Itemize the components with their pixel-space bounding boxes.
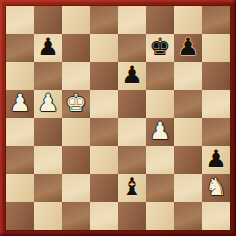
square-h3[interactable]: ♟ bbox=[202, 146, 230, 174]
square-b2[interactable] bbox=[34, 174, 62, 202]
square-h4[interactable] bbox=[202, 118, 230, 146]
square-c8[interactable] bbox=[62, 6, 90, 34]
square-g3[interactable] bbox=[174, 146, 202, 174]
square-d8[interactable] bbox=[90, 6, 118, 34]
square-f3[interactable] bbox=[146, 146, 174, 174]
square-b1[interactable] bbox=[34, 202, 62, 230]
black-pawn[interactable]: ♟ bbox=[121, 62, 143, 89]
square-e5[interactable] bbox=[118, 90, 146, 118]
square-g8[interactable] bbox=[174, 6, 202, 34]
square-g2[interactable] bbox=[174, 174, 202, 202]
square-c6[interactable] bbox=[62, 62, 90, 90]
square-c5[interactable]: ♚ bbox=[62, 90, 90, 118]
black-king[interactable]: ♚ bbox=[149, 34, 171, 61]
square-b4[interactable] bbox=[34, 118, 62, 146]
square-a2[interactable] bbox=[6, 174, 34, 202]
square-c2[interactable] bbox=[62, 174, 90, 202]
square-b6[interactable] bbox=[34, 62, 62, 90]
square-a3[interactable] bbox=[6, 146, 34, 174]
square-e7[interactable] bbox=[118, 34, 146, 62]
black-pawn[interactable]: ♟ bbox=[177, 34, 199, 61]
square-e3[interactable] bbox=[118, 146, 146, 174]
white-knight[interactable]: ♞ bbox=[205, 174, 227, 201]
white-pawn[interactable]: ♟ bbox=[37, 90, 59, 117]
square-h8[interactable] bbox=[202, 6, 230, 34]
square-a6[interactable] bbox=[6, 62, 34, 90]
square-h2[interactable]: ♞ bbox=[202, 174, 230, 202]
square-g6[interactable] bbox=[174, 62, 202, 90]
square-a7[interactable] bbox=[6, 34, 34, 62]
chess-board: ♟♚♟♟♟♟♚♟♟♝♞ bbox=[6, 6, 230, 230]
square-h7[interactable] bbox=[202, 34, 230, 62]
square-f6[interactable] bbox=[146, 62, 174, 90]
square-f1[interactable] bbox=[146, 202, 174, 230]
square-f7[interactable]: ♚ bbox=[146, 34, 174, 62]
square-e2[interactable]: ♝ bbox=[118, 174, 146, 202]
square-g7[interactable]: ♟ bbox=[174, 34, 202, 62]
square-g1[interactable] bbox=[174, 202, 202, 230]
square-b8[interactable] bbox=[34, 6, 62, 34]
square-g5[interactable] bbox=[174, 90, 202, 118]
white-pawn[interactable]: ♟ bbox=[149, 118, 171, 145]
black-pawn[interactable]: ♟ bbox=[205, 146, 227, 173]
square-b7[interactable]: ♟ bbox=[34, 34, 62, 62]
square-d7[interactable] bbox=[90, 34, 118, 62]
square-d6[interactable] bbox=[90, 62, 118, 90]
square-e1[interactable] bbox=[118, 202, 146, 230]
square-d4[interactable] bbox=[90, 118, 118, 146]
square-h6[interactable] bbox=[202, 62, 230, 90]
white-king[interactable]: ♚ bbox=[65, 90, 87, 117]
white-pawn[interactable]: ♟ bbox=[9, 90, 31, 117]
square-c7[interactable] bbox=[62, 34, 90, 62]
square-d2[interactable] bbox=[90, 174, 118, 202]
square-g4[interactable] bbox=[174, 118, 202, 146]
square-a5[interactable]: ♟ bbox=[6, 90, 34, 118]
square-e8[interactable] bbox=[118, 6, 146, 34]
square-a4[interactable] bbox=[6, 118, 34, 146]
square-c4[interactable] bbox=[62, 118, 90, 146]
square-f2[interactable] bbox=[146, 174, 174, 202]
square-d1[interactable] bbox=[90, 202, 118, 230]
square-f8[interactable] bbox=[146, 6, 174, 34]
black-bishop[interactable]: ♝ bbox=[121, 174, 143, 201]
square-f4[interactable]: ♟ bbox=[146, 118, 174, 146]
square-f5[interactable] bbox=[146, 90, 174, 118]
square-b3[interactable] bbox=[34, 146, 62, 174]
square-a1[interactable] bbox=[6, 202, 34, 230]
square-c3[interactable] bbox=[62, 146, 90, 174]
square-b5[interactable]: ♟ bbox=[34, 90, 62, 118]
square-d5[interactable] bbox=[90, 90, 118, 118]
square-d3[interactable] bbox=[90, 146, 118, 174]
square-e4[interactable] bbox=[118, 118, 146, 146]
square-a8[interactable] bbox=[6, 6, 34, 34]
square-h1[interactable] bbox=[202, 202, 230, 230]
black-pawn[interactable]: ♟ bbox=[37, 34, 59, 61]
square-e6[interactable]: ♟ bbox=[118, 62, 146, 90]
square-c1[interactable] bbox=[62, 202, 90, 230]
square-h5[interactable] bbox=[202, 90, 230, 118]
board-frame: ♟♚♟♟♟♟♚♟♟♝♞ bbox=[0, 0, 236, 236]
